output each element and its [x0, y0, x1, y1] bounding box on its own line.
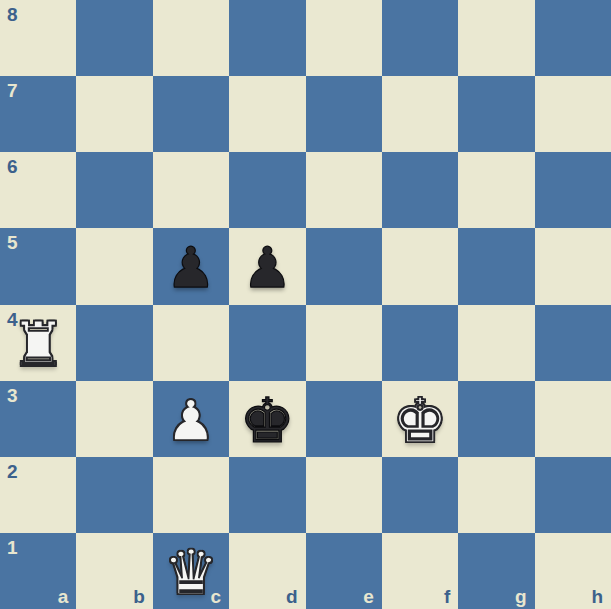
square-d5[interactable]: ♟ — [229, 228, 305, 304]
square-h5[interactable] — [535, 228, 611, 304]
square-g4[interactable] — [458, 305, 534, 381]
rank-label-6: 6 — [7, 157, 18, 176]
square-c4[interactable] — [153, 305, 229, 381]
square-g2[interactable] — [458, 457, 534, 533]
square-a4[interactable]: 4♜ — [0, 305, 76, 381]
white-king[interactable]: ♚ — [392, 390, 448, 452]
square-c8[interactable] — [153, 0, 229, 76]
square-f8[interactable] — [382, 0, 458, 76]
square-b4[interactable] — [76, 305, 152, 381]
square-d2[interactable] — [229, 457, 305, 533]
square-d8[interactable] — [229, 0, 305, 76]
square-g7[interactable] — [458, 76, 534, 152]
square-f2[interactable] — [382, 457, 458, 533]
square-d7[interactable] — [229, 76, 305, 152]
square-b5[interactable] — [76, 228, 152, 304]
square-e5[interactable] — [306, 228, 382, 304]
rank-label-7: 7 — [7, 81, 18, 100]
square-f3[interactable]: ♚ — [382, 381, 458, 457]
rank-label-5: 5 — [7, 233, 18, 252]
square-e1[interactable]: e — [306, 533, 382, 609]
square-c3[interactable]: ♟ — [153, 381, 229, 457]
square-d3[interactable]: ♚ — [229, 381, 305, 457]
square-c5[interactable]: ♟ — [153, 228, 229, 304]
file-label-b: b — [133, 587, 145, 606]
white-queen[interactable]: ♛ — [163, 542, 219, 604]
square-g1[interactable]: g — [458, 533, 534, 609]
square-b1[interactable]: b — [76, 533, 152, 609]
square-e4[interactable] — [306, 305, 382, 381]
square-h2[interactable] — [535, 457, 611, 533]
square-e7[interactable] — [306, 76, 382, 152]
square-g8[interactable] — [458, 0, 534, 76]
square-a5[interactable]: 5 — [0, 228, 76, 304]
square-e6[interactable] — [306, 152, 382, 228]
file-label-a: a — [58, 587, 69, 606]
black-king[interactable]: ♚ — [240, 390, 296, 452]
square-a6[interactable]: 6 — [0, 152, 76, 228]
square-a1[interactable]: 1a — [0, 533, 76, 609]
square-h3[interactable] — [535, 381, 611, 457]
square-c2[interactable] — [153, 457, 229, 533]
rank-label-2: 2 — [7, 462, 18, 481]
square-h1[interactable]: h — [535, 533, 611, 609]
square-f7[interactable] — [382, 76, 458, 152]
square-b8[interactable] — [76, 0, 152, 76]
file-label-g: g — [515, 587, 527, 606]
rank-label-3: 3 — [7, 386, 18, 405]
square-h4[interactable] — [535, 305, 611, 381]
square-b2[interactable] — [76, 457, 152, 533]
file-label-d: d — [286, 587, 298, 606]
square-b7[interactable] — [76, 76, 152, 152]
square-b6[interactable] — [76, 152, 152, 228]
square-b3[interactable] — [76, 381, 152, 457]
file-label-f: f — [444, 587, 450, 606]
square-g6[interactable] — [458, 152, 534, 228]
white-pawn[interactable]: ♟ — [166, 393, 216, 449]
black-pawn[interactable]: ♟ — [166, 240, 216, 296]
square-e8[interactable] — [306, 0, 382, 76]
square-f4[interactable] — [382, 305, 458, 381]
rank-label-1: 1 — [7, 538, 18, 557]
square-a3[interactable]: 3 — [0, 381, 76, 457]
square-e3[interactable] — [306, 381, 382, 457]
black-pawn[interactable]: ♟ — [242, 240, 292, 296]
square-a8[interactable]: 8 — [0, 0, 76, 76]
square-f5[interactable] — [382, 228, 458, 304]
square-h6[interactable] — [535, 152, 611, 228]
square-e2[interactable] — [306, 457, 382, 533]
file-label-h: h — [591, 587, 603, 606]
rank-label-8: 8 — [7, 5, 18, 24]
square-g5[interactable] — [458, 228, 534, 304]
square-a7[interactable]: 7 — [0, 76, 76, 152]
file-label-e: e — [363, 587, 374, 606]
square-f1[interactable]: f — [382, 533, 458, 609]
chess-board: 8765♟♟4♜3♟♚♚21abc♛defgh — [0, 0, 611, 609]
white-rook[interactable]: ♜ — [10, 314, 66, 376]
square-d4[interactable] — [229, 305, 305, 381]
square-a2[interactable]: 2 — [0, 457, 76, 533]
square-c1[interactable]: c♛ — [153, 533, 229, 609]
square-g3[interactable] — [458, 381, 534, 457]
square-d6[interactable] — [229, 152, 305, 228]
square-c7[interactable] — [153, 76, 229, 152]
square-h8[interactable] — [535, 0, 611, 76]
square-c6[interactable] — [153, 152, 229, 228]
square-f6[interactable] — [382, 152, 458, 228]
square-d1[interactable]: d — [229, 533, 305, 609]
square-h7[interactable] — [535, 76, 611, 152]
